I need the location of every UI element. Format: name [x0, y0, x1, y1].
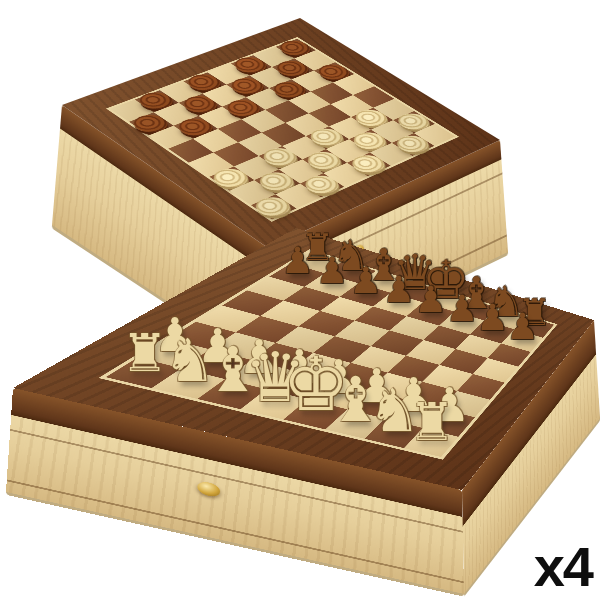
chess-piece-black-pawn: ♟: [506, 309, 539, 345]
chess-piece-black-pawn: ♟: [476, 300, 509, 336]
chess-piece-black-pawn: ♟: [446, 291, 479, 327]
chess-piece-black-pawn: ♟: [382, 272, 415, 308]
product-photo: ♜♞♝♛♚♝♞♜♟♟♟♟♟♟♟♟♟♟♟♟♟♟♟♟♜♞♝♛♚♝♞♜ x4: [0, 0, 600, 600]
chess-piece-black-pawn: ♟: [281, 243, 314, 279]
chess-piece-white-rook: ♜: [121, 327, 168, 379]
chess-piece-white-rook: ♜: [408, 396, 455, 448]
drawer-knob: [197, 480, 220, 498]
chess-piece-black-pawn: ♟: [414, 282, 447, 318]
chess-piece-black-pawn: ♟: [316, 253, 349, 289]
quantity-label: x4: [534, 534, 592, 599]
chess-piece-black-pawn: ♟: [350, 263, 383, 299]
